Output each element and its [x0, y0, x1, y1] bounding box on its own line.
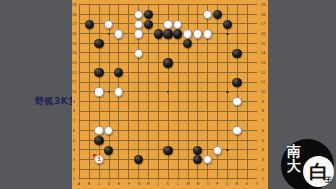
intersection-R8[interactable] [232, 107, 242, 117]
intersection-K6[interactable] [163, 126, 173, 136]
intersection-K5[interactable] [163, 136, 173, 146]
white-stone-O3[interactable] [203, 155, 212, 164]
intersection-B12[interactable] [84, 68, 94, 78]
intersection-N8[interactable] [193, 107, 203, 117]
intersection-K13[interactable] [163, 58, 173, 68]
intersection-D6[interactable] [104, 126, 114, 136]
black-stone-K13[interactable] [163, 58, 172, 67]
intersection-F4[interactable] [124, 145, 134, 155]
intersection-Q5[interactable] [222, 136, 232, 146]
intersection-J7[interactable] [153, 116, 163, 126]
intersection-O11[interactable] [203, 78, 213, 88]
intersection-G9[interactable] [134, 97, 144, 107]
intersection-K16[interactable] [163, 29, 173, 39]
intersection-G18[interactable] [134, 10, 144, 20]
intersection-J3[interactable] [153, 155, 163, 165]
black-stone-M15[interactable] [183, 39, 192, 48]
intersection-M3[interactable] [183, 155, 193, 165]
intersection-J18[interactable] [153, 10, 163, 20]
intersection-S17[interactable] [242, 19, 252, 29]
intersection-K8[interactable] [163, 107, 173, 117]
intersection-O17[interactable] [203, 19, 213, 29]
intersection-H11[interactable] [143, 78, 153, 88]
white-stone-K17[interactable] [163, 20, 172, 29]
intersection-M7[interactable] [183, 116, 193, 126]
intersection-E18[interactable] [114, 10, 124, 20]
intersection-S8[interactable] [242, 107, 252, 117]
intersection-M12[interactable] [183, 68, 193, 78]
intersection-Q9[interactable] [222, 97, 232, 107]
intersection-S16[interactable] [242, 29, 252, 39]
intersection-C5[interactable] [94, 136, 104, 146]
intersection-S3[interactable] [242, 155, 252, 165]
white-stone-P4[interactable] [213, 146, 222, 155]
black-stone-K4[interactable] [163, 146, 172, 155]
intersection-J4[interactable] [153, 145, 163, 155]
intersection-R12[interactable] [232, 68, 242, 78]
white-stone-G14[interactable] [134, 49, 143, 58]
intersection-P14[interactable] [212, 48, 222, 58]
black-stone-C5[interactable] [94, 136, 103, 145]
intersection-O4[interactable] [203, 145, 213, 155]
intersection-C8[interactable] [94, 107, 104, 117]
intersection-B8[interactable] [84, 107, 94, 117]
intersection-P10[interactable] [212, 87, 222, 97]
intersection-E15[interactable] [114, 39, 124, 49]
intersection-F8[interactable] [124, 107, 134, 117]
white-stone-D6[interactable] [104, 126, 113, 135]
white-stone-E10[interactable] [114, 87, 123, 96]
intersection-G19[interactable] [134, 0, 144, 10]
intersection-L18[interactable] [173, 10, 183, 20]
intersection-L6[interactable] [173, 126, 183, 136]
intersection-K3[interactable] [163, 155, 173, 165]
intersection-H10[interactable] [143, 87, 153, 97]
intersection-F7[interactable] [124, 116, 134, 126]
intersection-D18[interactable] [104, 10, 114, 20]
intersection-C19[interactable] [94, 0, 104, 10]
intersection-M11[interactable] [183, 78, 193, 88]
intersection-F13[interactable] [124, 58, 134, 68]
intersection-O7[interactable] [203, 116, 213, 126]
intersection-G2[interactable] [134, 165, 144, 175]
intersection-D17[interactable] [104, 19, 114, 29]
intersection-R11[interactable] [232, 78, 242, 88]
intersection-L11[interactable] [173, 78, 183, 88]
intersection-O14[interactable] [203, 48, 213, 58]
intersection-J9[interactable] [153, 97, 163, 107]
intersection-L3[interactable] [173, 155, 183, 165]
intersection-M8[interactable] [183, 107, 193, 117]
intersection-P18[interactable] [212, 10, 222, 20]
intersection-J14[interactable] [153, 48, 163, 58]
intersection-C10[interactable] [94, 87, 104, 97]
intersection-E5[interactable] [114, 136, 124, 146]
intersection-H17[interactable] [143, 19, 153, 29]
intersection-L4[interactable] [173, 145, 183, 155]
white-stone-G18[interactable] [134, 10, 143, 19]
intersection-L14[interactable] [173, 48, 183, 58]
intersection-N5[interactable] [193, 136, 203, 146]
intersection-G14[interactable] [134, 48, 144, 58]
intersection-D12[interactable] [104, 68, 114, 78]
intersection-J17[interactable] [153, 19, 163, 29]
intersection-F14[interactable] [124, 48, 134, 58]
white-stone-D17[interactable] [104, 20, 113, 29]
intersection-Q18[interactable] [222, 10, 232, 20]
intersection-D7[interactable] [104, 116, 114, 126]
intersection-F9[interactable] [124, 97, 134, 107]
intersection-H12[interactable] [143, 68, 153, 78]
intersection-R2[interactable] [232, 165, 242, 175]
intersection-D16[interactable] [104, 29, 114, 39]
intersection-R14[interactable] [232, 48, 242, 58]
intersection-P3[interactable] [212, 155, 222, 165]
intersection-Q13[interactable] [222, 58, 232, 68]
intersection-D3[interactable] [104, 155, 114, 165]
intersection-E2[interactable] [114, 165, 124, 175]
intersection-G12[interactable] [134, 68, 144, 78]
intersection-C7[interactable] [94, 116, 104, 126]
intersection-D9[interactable] [104, 97, 114, 107]
intersection-L16[interactable] [173, 29, 183, 39]
intersection-F5[interactable] [124, 136, 134, 146]
intersection-Q7[interactable] [222, 116, 232, 126]
intersection-C2[interactable] [94, 165, 104, 175]
black-stone-E12[interactable] [114, 68, 123, 77]
white-stone-G16[interactable] [134, 29, 143, 38]
intersection-G6[interactable] [134, 126, 144, 136]
intersection-O8[interactable] [203, 107, 213, 117]
intersection-O18[interactable] [203, 10, 213, 20]
intersection-S6[interactable] [242, 126, 252, 136]
intersection-G5[interactable] [134, 136, 144, 146]
intersection-O15[interactable] [203, 39, 213, 49]
intersection-L17[interactable] [173, 19, 183, 29]
intersection-N2[interactable] [193, 165, 203, 175]
intersection-K10[interactable] [163, 87, 173, 97]
intersection-S14[interactable] [242, 48, 252, 58]
intersection-K19[interactable] [163, 0, 173, 10]
intersection-L13[interactable] [173, 58, 183, 68]
intersection-S12[interactable] [242, 68, 252, 78]
intersection-G11[interactable] [134, 78, 144, 88]
intersection-Q17[interactable] [222, 19, 232, 29]
intersection-K14[interactable] [163, 48, 173, 58]
intersection-G4[interactable] [134, 145, 144, 155]
black-stone-L16[interactable] [173, 29, 182, 38]
intersection-M2[interactable] [183, 165, 193, 175]
intersection-R6[interactable] [232, 126, 242, 136]
intersection-R13[interactable] [232, 58, 242, 68]
intersection-P4[interactable] [212, 145, 222, 155]
intersection-C11[interactable] [94, 78, 104, 88]
intersection-F10[interactable] [124, 87, 134, 97]
intersection-P5[interactable] [212, 136, 222, 146]
intersection-R19[interactable] [232, 0, 242, 10]
intersection-L7[interactable] [173, 116, 183, 126]
intersection-P12[interactable] [212, 68, 222, 78]
intersection-N11[interactable] [193, 78, 203, 88]
intersection-B11[interactable] [84, 78, 94, 88]
intersection-L15[interactable] [173, 39, 183, 49]
intersection-C15[interactable] [94, 39, 104, 49]
black-stone-C15[interactable] [94, 39, 103, 48]
intersection-C16[interactable] [94, 29, 104, 39]
intersection-H3[interactable] [143, 155, 153, 165]
intersection-D14[interactable] [104, 48, 114, 58]
black-stone-H17[interactable] [144, 20, 153, 29]
intersection-F6[interactable] [124, 126, 134, 136]
intersection-B10[interactable] [84, 87, 94, 97]
intersection-M14[interactable] [183, 48, 193, 58]
intersection-C14[interactable] [94, 48, 104, 58]
intersection-C13[interactable] [94, 58, 104, 68]
intersection-R17[interactable] [232, 19, 242, 29]
intersection-E7[interactable] [114, 116, 124, 126]
intersection-N16[interactable] [193, 29, 203, 39]
intersection-C12[interactable] [94, 68, 104, 78]
intersection-J10[interactable] [153, 87, 163, 97]
intersection-C18[interactable] [94, 10, 104, 20]
intersection-B19[interactable] [84, 0, 94, 10]
intersection-K9[interactable] [163, 97, 173, 107]
intersection-H15[interactable] [143, 39, 153, 49]
intersection-E11[interactable] [114, 78, 124, 88]
intersection-M9[interactable] [183, 97, 193, 107]
white-stone-E16[interactable] [114, 29, 123, 38]
intersection-S19[interactable] [242, 0, 252, 10]
intersection-C3[interactable]: 1 [94, 155, 104, 165]
intersection-J16[interactable] [153, 29, 163, 39]
intersection-B5[interactable] [84, 136, 94, 146]
white-stone-L17[interactable] [173, 20, 182, 29]
intersection-E17[interactable] [114, 19, 124, 29]
intersection-P17[interactable] [212, 19, 222, 29]
intersection-S18[interactable] [242, 10, 252, 20]
intersection-N3[interactable] [193, 155, 203, 165]
intersection-N12[interactable] [193, 68, 203, 78]
intersection-K11[interactable] [163, 78, 173, 88]
white-stone-C10[interactable] [94, 87, 103, 96]
black-stone-Q17[interactable] [223, 20, 232, 29]
intersection-R18[interactable] [232, 10, 242, 20]
intersection-F17[interactable] [124, 19, 134, 29]
intersection-Q12[interactable] [222, 68, 232, 78]
intersection-E6[interactable] [114, 126, 124, 136]
intersection-F15[interactable] [124, 39, 134, 49]
intersection-K12[interactable] [163, 68, 173, 78]
intersection-G17[interactable] [134, 19, 144, 29]
black-stone-G3[interactable] [134, 155, 143, 164]
intersection-N18[interactable] [193, 10, 203, 20]
intersection-L9[interactable] [173, 97, 183, 107]
intersection-R4[interactable] [232, 145, 242, 155]
intersection-S11[interactable] [242, 78, 252, 88]
intersection-N6[interactable] [193, 126, 203, 136]
intersection-P6[interactable] [212, 126, 222, 136]
white-stone-G17[interactable] [134, 20, 143, 29]
intersection-Q6[interactable] [222, 126, 232, 136]
intersection-J12[interactable] [153, 68, 163, 78]
intersection-S10[interactable] [242, 87, 252, 97]
intersection-J8[interactable] [153, 107, 163, 117]
intersection-O3[interactable] [203, 155, 213, 165]
intersection-H18[interactable] [143, 10, 153, 20]
intersection-B9[interactable] [84, 97, 94, 107]
intersection-N13[interactable] [193, 58, 203, 68]
intersection-M13[interactable] [183, 58, 193, 68]
intersection-Q19[interactable] [222, 0, 232, 10]
intersection-K17[interactable] [163, 19, 173, 29]
intersection-D5[interactable] [104, 136, 114, 146]
intersection-K7[interactable] [163, 116, 173, 126]
intersection-N4[interactable] [193, 145, 203, 155]
intersection-C9[interactable] [94, 97, 104, 107]
intersection-S2[interactable] [242, 165, 252, 175]
intersection-M15[interactable] [183, 39, 193, 49]
white-stone-O16[interactable] [203, 29, 212, 38]
intersection-E12[interactable] [114, 68, 124, 78]
intersection-O9[interactable] [203, 97, 213, 107]
intersection-N15[interactable] [193, 39, 203, 49]
intersection-E9[interactable] [114, 97, 124, 107]
intersection-E14[interactable] [114, 48, 124, 58]
intersection-Q10[interactable] [222, 87, 232, 97]
intersection-H14[interactable] [143, 48, 153, 58]
intersection-R7[interactable] [232, 116, 242, 126]
intersection-B2[interactable] [84, 165, 94, 175]
intersection-R3[interactable] [232, 155, 242, 165]
intersection-S7[interactable] [242, 116, 252, 126]
intersection-H6[interactable] [143, 126, 153, 136]
intersection-R15[interactable] [232, 39, 242, 49]
intersection-H19[interactable] [143, 0, 153, 10]
intersection-Q14[interactable] [222, 48, 232, 58]
intersection-M18[interactable] [183, 10, 193, 20]
intersection-G3[interactable] [134, 155, 144, 165]
intersection-G13[interactable] [134, 58, 144, 68]
intersection-D19[interactable] [104, 0, 114, 10]
intersection-E3[interactable] [114, 155, 124, 165]
intersection-P2[interactable] [212, 165, 222, 175]
intersection-E19[interactable] [114, 0, 124, 10]
intersection-M5[interactable] [183, 136, 193, 146]
intersection-H13[interactable] [143, 58, 153, 68]
intersection-K15[interactable] [163, 39, 173, 49]
intersection-H7[interactable] [143, 116, 153, 126]
intersection-O16[interactable] [203, 29, 213, 39]
white-stone-O18[interactable] [203, 10, 212, 19]
intersection-Q16[interactable] [222, 29, 232, 39]
intersection-C17[interactable] [94, 19, 104, 29]
black-stone-B17[interactable] [85, 20, 94, 29]
intersection-G16[interactable] [134, 29, 144, 39]
intersection-L19[interactable] [173, 0, 183, 10]
intersection-L10[interactable] [173, 87, 183, 97]
black-stone-P18[interactable] [213, 10, 222, 19]
white-stone-C6[interactable] [94, 126, 103, 135]
go-board[interactable]: 1 19191818171716161515141413131212111110… [72, 0, 268, 189]
black-stone-D4[interactable] [104, 146, 113, 155]
intersection-Q4[interactable] [222, 145, 232, 155]
intersection-K18[interactable] [163, 10, 173, 20]
intersection-N19[interactable] [193, 0, 203, 10]
intersection-P13[interactable] [212, 58, 222, 68]
intersection-H16[interactable] [143, 29, 153, 39]
intersection-N7[interactable] [193, 116, 203, 126]
intersection-L12[interactable] [173, 68, 183, 78]
intersection-F18[interactable] [124, 10, 134, 20]
intersection-E13[interactable] [114, 58, 124, 68]
black-stone-K16[interactable] [163, 29, 172, 38]
white-stone-C3[interactable]: 1 [94, 155, 103, 164]
intersection-S13[interactable] [242, 58, 252, 68]
intersection-B18[interactable] [84, 10, 94, 20]
intersection-C6[interactable] [94, 126, 104, 136]
intersection-O19[interactable] [203, 0, 213, 10]
intersection-B14[interactable] [84, 48, 94, 58]
intersection-B7[interactable] [84, 116, 94, 126]
intersection-J13[interactable] [153, 58, 163, 68]
intersection-P7[interactable] [212, 116, 222, 126]
intersection-H4[interactable] [143, 145, 153, 155]
intersection-F3[interactable] [124, 155, 134, 165]
intersection-P15[interactable] [212, 39, 222, 49]
intersection-J6[interactable] [153, 126, 163, 136]
black-stone-N3[interactable] [193, 155, 202, 164]
intersection-B16[interactable] [84, 29, 94, 39]
intersection-B15[interactable] [84, 39, 94, 49]
stone-grid[interactable]: 1 [74, 0, 261, 184]
intersection-R5[interactable] [232, 136, 242, 146]
white-stone-M16[interactable] [183, 29, 192, 38]
black-stone-R14[interactable] [232, 49, 241, 58]
intersection-P16[interactable] [212, 29, 222, 39]
intersection-N10[interactable] [193, 87, 203, 97]
intersection-D8[interactable] [104, 107, 114, 117]
intersection-G7[interactable] [134, 116, 144, 126]
intersection-S4[interactable] [242, 145, 252, 155]
intersection-Q3[interactable] [222, 155, 232, 165]
intersection-D13[interactable] [104, 58, 114, 68]
intersection-J2[interactable] [153, 165, 163, 175]
intersection-G8[interactable] [134, 107, 144, 117]
intersection-M19[interactable] [183, 0, 193, 10]
intersection-F12[interactable] [124, 68, 134, 78]
intersection-P8[interactable] [212, 107, 222, 117]
intersection-D11[interactable] [104, 78, 114, 88]
intersection-Q11[interactable] [222, 78, 232, 88]
intersection-D15[interactable] [104, 39, 114, 49]
intersection-B13[interactable] [84, 58, 94, 68]
intersection-O2[interactable] [203, 165, 213, 175]
black-stone-R11[interactable] [232, 78, 241, 87]
intersection-J5[interactable] [153, 136, 163, 146]
intersection-F2[interactable] [124, 165, 134, 175]
intersection-S9[interactable] [242, 97, 252, 107]
intersection-H9[interactable] [143, 97, 153, 107]
intersection-M17[interactable] [183, 19, 193, 29]
intersection-L2[interactable] [173, 165, 183, 175]
intersection-O5[interactable] [203, 136, 213, 146]
intersection-N17[interactable] [193, 19, 203, 29]
intersection-O13[interactable] [203, 58, 213, 68]
intersection-F11[interactable] [124, 78, 134, 88]
intersection-E4[interactable] [114, 145, 124, 155]
intersection-D2[interactable] [104, 165, 114, 175]
white-stone-N16[interactable] [193, 29, 202, 38]
